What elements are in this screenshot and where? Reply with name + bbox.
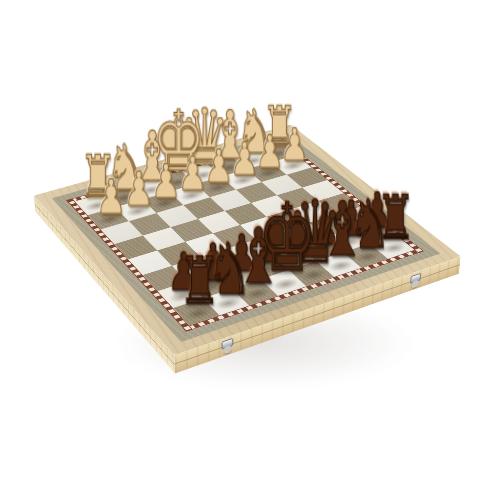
- piece-white-pawn[interactable]: ♟: [76, 173, 146, 221]
- piece-black-rook[interactable]: ♜: [161, 249, 238, 315]
- clasp-ring-icon: [223, 345, 231, 355]
- photo-scene: ♜♞♝♚♛♝♞♜♟♟♟♟♟♟♟♟♟♟♟♟♟♟♟♟♜♞♝♚♛♝♞♜: [0, 0, 480, 480]
